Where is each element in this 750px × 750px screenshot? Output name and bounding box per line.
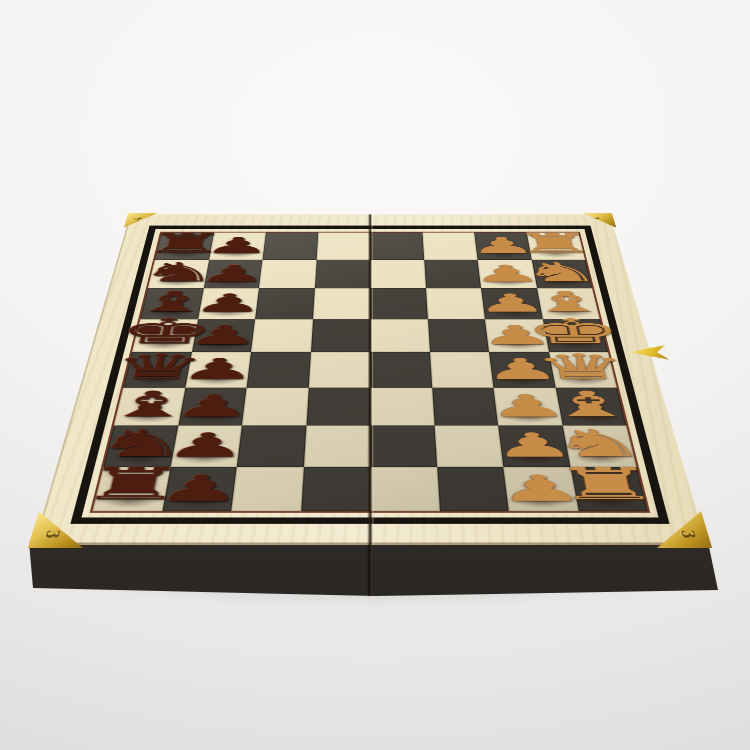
square-g1[interactable]: ♞ [531, 260, 592, 289]
chessboard-3d: ♜♟♟♜♞♟♟♞♝♟♟♝♚♟♟♚♛♟♟♛♝♟♟♝♞♟♟♞♜♟♟♜ 3 3 3 3 [34, 214, 707, 544]
square-g5[interactable] [314, 260, 370, 289]
piece-white-knight[interactable]: ♞ [548, 426, 650, 461]
piece-white-queen[interactable]: ♛ [532, 351, 632, 383]
brass-latch-icon [629, 345, 670, 360]
square-b4[interactable] [370, 425, 437, 466]
ornament-scroll-mark: 3 [40, 530, 64, 538]
square-h7[interactable]: ♟ [209, 233, 266, 260]
square-c5[interactable] [306, 387, 370, 425]
piece-white-rook[interactable]: ♜ [551, 464, 666, 505]
square-h5[interactable] [316, 233, 370, 260]
square-g7[interactable]: ♟ [203, 260, 262, 289]
piece-black-pawn[interactable]: ♟ [184, 323, 262, 348]
piece-black-pawn[interactable]: ♟ [197, 263, 269, 284]
square-f4[interactable] [370, 288, 427, 319]
square-d7[interactable]: ♟ [185, 352, 251, 387]
square-b5[interactable] [303, 425, 370, 466]
piece-white-knight[interactable]: ♞ [519, 260, 603, 284]
square-d5[interactable] [308, 352, 370, 387]
piece-black-pawn[interactable]: ♟ [178, 356, 259, 382]
piece-white-king[interactable]: ♚ [523, 316, 626, 348]
square-a7[interactable]: ♟ [162, 467, 237, 512]
square-c7[interactable]: ♟ [178, 387, 247, 425]
square-c1[interactable]: ♝ [555, 387, 626, 425]
square-e5[interactable] [311, 319, 371, 352]
ornament-scroll-mark: 3 [131, 216, 144, 222]
piece-black-pawn[interactable]: ♟ [170, 392, 254, 420]
piece-white-bishop[interactable]: ♝ [541, 388, 639, 420]
piece-black-pawn[interactable]: ♟ [162, 430, 249, 461]
square-a4[interactable] [370, 467, 439, 512]
piece-black-pawn[interactable]: ♟ [202, 236, 272, 256]
photo-scene: ♜♟♟♜♞♟♟♞♝♟♟♝♚♟♟♚♛♟♟♛♝♟♟♝♞♟♟♞♜♟♟♜ 3 3 3 3 [0, 0, 750, 750]
piece-black-pawn[interactable]: ♟ [154, 472, 245, 505]
box-side-fold-seam [367, 542, 372, 596]
square-d4[interactable] [370, 352, 432, 387]
square-c4[interactable] [370, 387, 434, 425]
ornament-scroll-mark: 3 [676, 530, 700, 538]
chessboard-frame: ♜♟♟♜♞♟♟♞♝♟♟♝♚♟♟♚♛♟♟♛♝♟♟♝♞♟♟♞♜♟♟♜ 3 3 3 3 [34, 214, 707, 544]
square-e4[interactable] [370, 319, 430, 352]
fold-seam [368, 214, 373, 544]
square-h1[interactable]: ♜ [526, 233, 585, 260]
square-d1[interactable]: ♛ [549, 352, 617, 387]
square-a1[interactable]: ♜ [570, 467, 648, 512]
square-a5[interactable] [301, 467, 370, 512]
square-g4[interactable] [370, 260, 426, 289]
piece-white-rook[interactable]: ♜ [511, 231, 599, 256]
square-h4[interactable] [370, 233, 424, 260]
ornament-scroll-mark: 3 [589, 216, 601, 222]
square-f5[interactable] [313, 288, 370, 319]
